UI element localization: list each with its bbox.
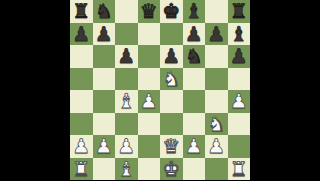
square-a3[interactable]: [70, 113, 93, 136]
white-pawn[interactable]: ♟: [140, 90, 158, 113]
square-c3[interactable]: [115, 113, 138, 136]
square-e5[interactable]: ♞: [160, 68, 183, 91]
square-d3[interactable]: [138, 113, 161, 136]
square-h2[interactable]: [228, 135, 251, 158]
square-b7[interactable]: ♟: [93, 23, 116, 46]
chess-board[interactable]: ♜♞♛♚♝♜♟♟♟♟♝♟♟♞♟♞♝♟♟♞♟♟♟♛♟♟♜♝♚♜: [70, 0, 250, 180]
black-pawn[interactable]: ♟: [72, 22, 90, 45]
black-king[interactable]: ♚: [162, 0, 180, 22]
white-pawn[interactable]: ♟: [117, 135, 135, 158]
square-d8[interactable]: ♛: [138, 0, 161, 23]
square-c2[interactable]: ♟: [115, 135, 138, 158]
square-e8[interactable]: ♚: [160, 0, 183, 23]
square-g6[interactable]: [205, 45, 228, 68]
letterbox-left-bar: [0, 0, 70, 180]
black-queen[interactable]: ♛: [140, 0, 158, 22]
square-a2[interactable]: ♟: [70, 135, 93, 158]
square-a5[interactable]: [70, 68, 93, 91]
black-pawn[interactable]: ♟: [95, 22, 113, 45]
square-g8[interactable]: [205, 0, 228, 23]
square-h8[interactable]: ♜: [228, 0, 251, 23]
square-f6[interactable]: ♞: [183, 45, 206, 68]
square-f5[interactable]: [183, 68, 206, 91]
white-pawn[interactable]: ♟: [185, 135, 203, 158]
white-pawn[interactable]: ♟: [230, 90, 248, 113]
square-a7[interactable]: ♟: [70, 23, 93, 46]
screenshot-frame: ♜♞♛♚♝♜♟♟♟♟♝♟♟♞♟♞♝♟♟♞♟♟♟♛♟♟♜♝♚♜: [0, 0, 320, 180]
square-e4[interactable]: [160, 90, 183, 113]
square-a4[interactable]: [70, 90, 93, 113]
square-h3[interactable]: [228, 113, 251, 136]
square-g2[interactable]: ♟: [205, 135, 228, 158]
white-pawn[interactable]: ♟: [95, 135, 113, 158]
black-pawn[interactable]: ♟: [162, 45, 180, 68]
square-d2[interactable]: [138, 135, 161, 158]
square-h5[interactable]: [228, 68, 251, 91]
square-d7[interactable]: [138, 23, 161, 46]
square-a6[interactable]: [70, 45, 93, 68]
square-b2[interactable]: ♟: [93, 135, 116, 158]
black-rook[interactable]: ♜: [230, 0, 248, 22]
white-knight[interactable]: ♞: [162, 67, 180, 90]
white-pawn[interactable]: ♟: [72, 135, 90, 158]
square-c1[interactable]: ♝: [115, 158, 138, 181]
white-rook[interactable]: ♜: [72, 157, 90, 180]
white-rook[interactable]: ♜: [230, 157, 248, 180]
square-d5[interactable]: [138, 68, 161, 91]
square-h4[interactable]: ♟: [228, 90, 251, 113]
black-bishop[interactable]: ♝: [230, 22, 248, 45]
square-e7[interactable]: [160, 23, 183, 46]
square-b3[interactable]: [93, 113, 116, 136]
square-c5[interactable]: [115, 68, 138, 91]
square-f8[interactable]: ♝: [183, 0, 206, 23]
black-pawn[interactable]: ♟: [185, 22, 203, 45]
black-pawn[interactable]: ♟: [230, 45, 248, 68]
square-g1[interactable]: [205, 158, 228, 181]
square-e1[interactable]: ♚: [160, 158, 183, 181]
black-rook[interactable]: ♜: [72, 0, 90, 22]
square-g7[interactable]: ♟: [205, 23, 228, 46]
black-pawn[interactable]: ♟: [207, 22, 225, 45]
square-e6[interactable]: ♟: [160, 45, 183, 68]
black-pawn[interactable]: ♟: [117, 45, 135, 68]
square-b6[interactable]: [93, 45, 116, 68]
square-d6[interactable]: [138, 45, 161, 68]
square-a1[interactable]: ♜: [70, 158, 93, 181]
square-f7[interactable]: ♟: [183, 23, 206, 46]
square-f3[interactable]: [183, 113, 206, 136]
square-h1[interactable]: ♜: [228, 158, 251, 181]
square-c4[interactable]: ♝: [115, 90, 138, 113]
square-h7[interactable]: ♝: [228, 23, 251, 46]
white-queen[interactable]: ♛: [162, 135, 180, 158]
square-g3[interactable]: ♞: [205, 113, 228, 136]
black-knight[interactable]: ♞: [95, 0, 113, 22]
white-knight[interactable]: ♞: [207, 112, 225, 135]
white-king[interactable]: ♚: [162, 157, 180, 180]
square-c6[interactable]: ♟: [115, 45, 138, 68]
square-a8[interactable]: ♜: [70, 0, 93, 23]
square-f4[interactable]: [183, 90, 206, 113]
square-b8[interactable]: ♞: [93, 0, 116, 23]
white-bishop[interactable]: ♝: [117, 90, 135, 113]
letterbox-right-bar: [250, 0, 320, 180]
square-b5[interactable]: [93, 68, 116, 91]
square-g5[interactable]: [205, 68, 228, 91]
square-d1[interactable]: [138, 158, 161, 181]
square-f1[interactable]: [183, 158, 206, 181]
square-h6[interactable]: ♟: [228, 45, 251, 68]
square-c8[interactable]: [115, 0, 138, 23]
square-g4[interactable]: [205, 90, 228, 113]
black-bishop[interactable]: ♝: [185, 0, 203, 22]
square-f2[interactable]: ♟: [183, 135, 206, 158]
white-pawn[interactable]: ♟: [207, 135, 225, 158]
black-knight[interactable]: ♞: [185, 45, 203, 68]
square-d4[interactable]: ♟: [138, 90, 161, 113]
white-bishop[interactable]: ♝: [117, 157, 135, 180]
square-c7[interactable]: [115, 23, 138, 46]
square-e2[interactable]: ♛: [160, 135, 183, 158]
square-b4[interactable]: [93, 90, 116, 113]
square-b1[interactable]: [93, 158, 116, 181]
square-e3[interactable]: [160, 113, 183, 136]
